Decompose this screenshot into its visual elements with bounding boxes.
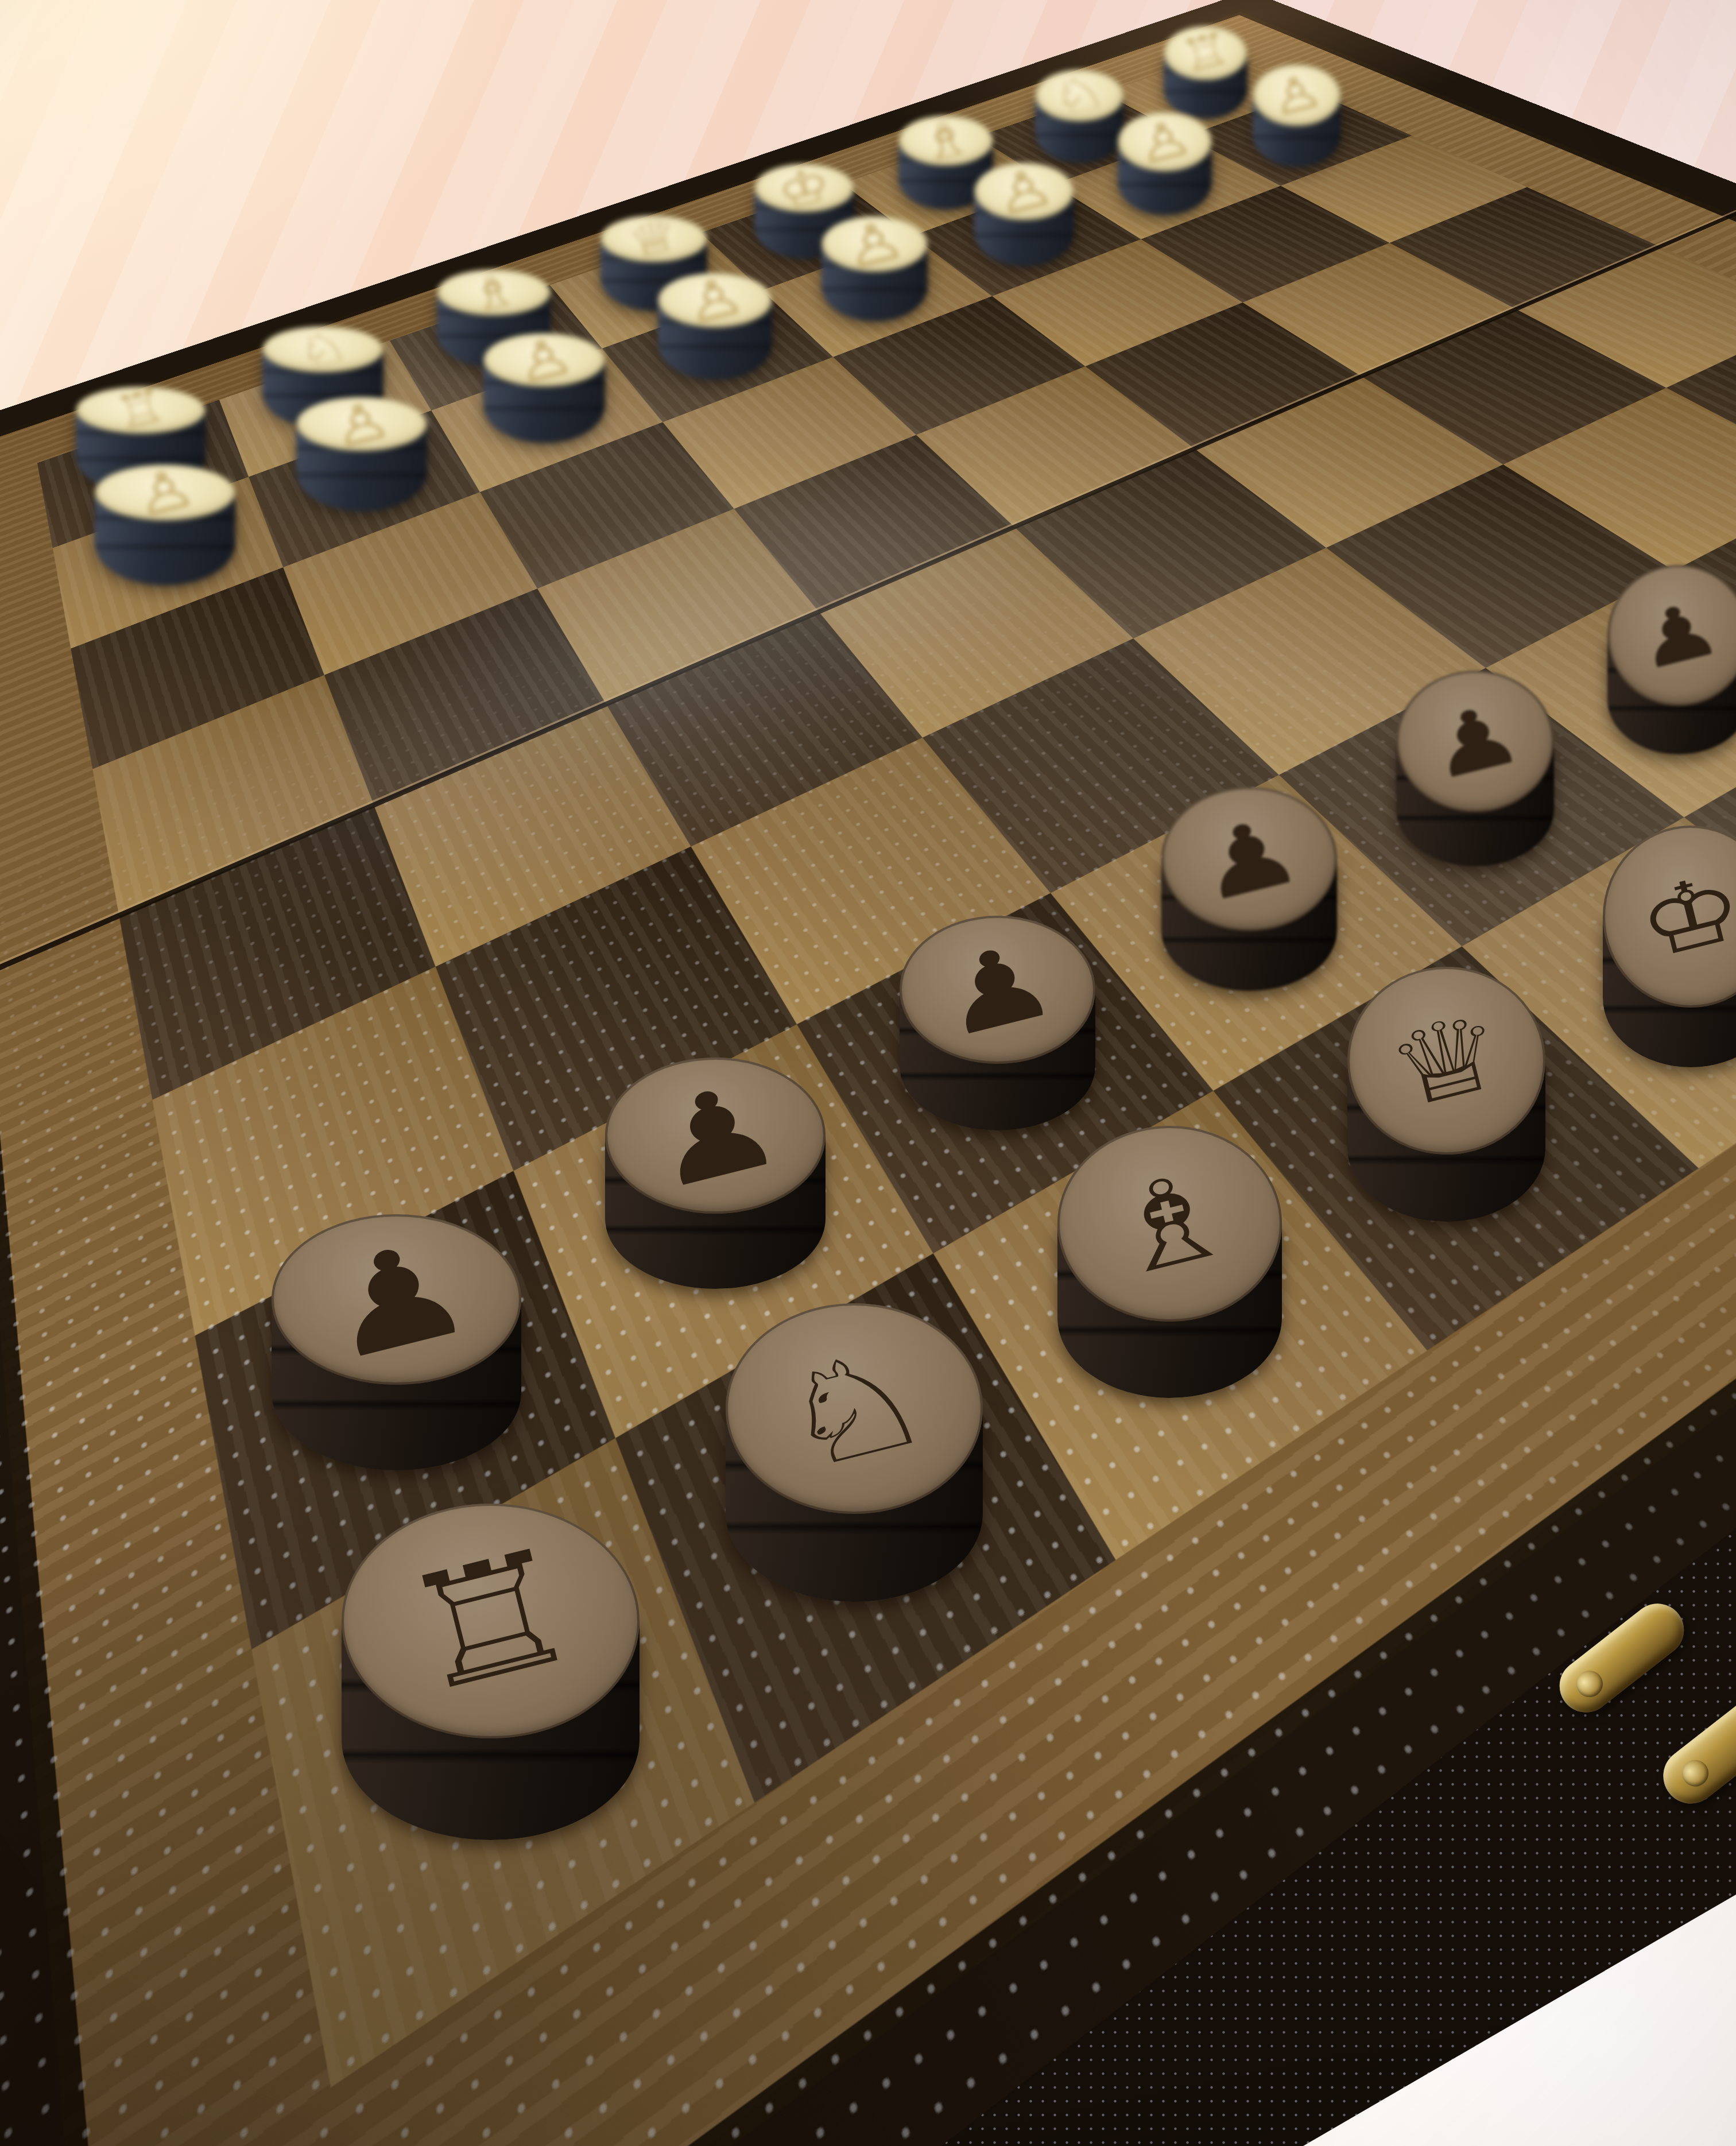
disc-top: ♖	[342, 1504, 640, 1738]
disc-top: ♟	[1161, 787, 1337, 931]
piece-white-knight-b1: ♘	[262, 326, 383, 373]
piece-black-pawn-c7: ♟	[900, 916, 1096, 1064]
disc-top: ♖	[1164, 26, 1248, 80]
disc-top: ♗	[1057, 1126, 1282, 1322]
bishop-engraving-icon: ♗	[913, 111, 978, 171]
disc-top: ♗	[898, 115, 993, 166]
pawn-engraving-icon: ♟	[1629, 588, 1729, 682]
pawn-engraving-icon: ♟	[638, 1063, 793, 1208]
piece-black-pawn-a7: ♟	[272, 1214, 522, 1385]
disc-top: ♘	[726, 1303, 983, 1514]
rook-engraving-icon: ♖	[110, 382, 171, 439]
pawn-engraving-icon: ♙	[1131, 111, 1198, 173]
rook-engraving-icon: ♖	[386, 1523, 595, 1718]
pawn-engraving-icon: ♙	[327, 392, 396, 456]
piece-white-pawn-c2: ♙	[483, 333, 605, 387]
disc-top: ♙	[1118, 112, 1212, 172]
piece-white-queen-d1: ♕	[600, 215, 707, 262]
piece-white-pawn-f2: ♙	[974, 162, 1074, 220]
scene-photo-wooden-chess-set: ♖♘♗♕♔♗♟♟♟♟♟♟♟♟♙♙♙♙♙♙♙♙♖♘♗♕♔♗♘♖	[0, 0, 1736, 2146]
disc-top: ♗	[437, 269, 550, 316]
pawn-engraving-icon: ♟	[309, 1218, 485, 1382]
rook-engraving-icon: ♖	[1176, 25, 1235, 80]
piece-white-knight-g1: ♘	[1035, 69, 1124, 122]
piece-white-bishop-c1: ♗	[437, 269, 550, 316]
piece-white-pawn-d2: ♙	[658, 273, 772, 328]
piece-black-pawn-f7: ♟	[1607, 565, 1736, 706]
pawn-engraving-icon: ♙	[510, 328, 579, 392]
king-engraving-icon: ♔	[1629, 859, 1736, 974]
pieces-layer: ♖♘♗♕♔♗♟♟♟♟♟♟♟♟♙♙♙♙♙♙♙♙♖♘♗♕♔♗♘♖	[0, 0, 1736, 2146]
disc-top: ♙	[974, 162, 1074, 220]
knight-engraving-icon: ♘	[764, 1324, 945, 1493]
piece-white-rook-a1: ♖	[76, 386, 205, 434]
disc-top: ♖	[76, 386, 205, 434]
disc-top: ♕	[600, 215, 707, 262]
disc-top: ♘	[1035, 69, 1124, 122]
disc-top: ♙	[1253, 64, 1341, 126]
piece-white-king-e1: ♔	[754, 164, 854, 212]
piece-white-pawn-h2: ♙	[1253, 64, 1341, 126]
disc-top: ♕	[1347, 967, 1545, 1154]
queen-engraving-icon: ♕	[1377, 996, 1516, 1126]
piece-black-rook-a8: ♖	[342, 1504, 640, 1738]
bishop-engraving-icon: ♗	[1091, 1150, 1249, 1297]
pawn-engraving-icon: ♟	[928, 925, 1066, 1054]
piece-black-knight-b8: ♘	[726, 1303, 983, 1514]
disc-top: ♟	[272, 1214, 522, 1385]
pawn-engraving-icon: ♙	[680, 268, 750, 333]
piece-white-pawn-g2: ♙	[1118, 112, 1212, 172]
disc-top: ♙	[821, 216, 928, 272]
piece-white-rook-h1: ♖	[1164, 26, 1248, 80]
disc-top: ♟	[900, 916, 1096, 1064]
king-engraving-icon: ♔	[773, 159, 835, 217]
disc-top: ♙	[483, 333, 605, 387]
pawn-engraving-icon: ♙	[839, 211, 910, 278]
piece-white-pawn-b2: ♙	[296, 397, 427, 451]
piece-black-pawn-b7: ♟	[605, 1057, 826, 1214]
pawn-engraving-icon: ♙	[129, 459, 201, 526]
piece-black-bishop-c8: ♗	[1057, 1126, 1282, 1322]
piece-black-king-e8: ♔	[1603, 826, 1736, 1008]
piece-black-pawn-e7: ♟	[1396, 671, 1554, 812]
knight-engraving-icon: ♘	[293, 321, 352, 377]
knight-engraving-icon: ♘	[1048, 67, 1111, 125]
disc-top: ♙	[296, 397, 427, 451]
disc-top: ♙	[658, 273, 772, 328]
pawn-engraving-icon: ♟	[1187, 801, 1310, 916]
queen-engraving-icon: ♕	[623, 211, 684, 267]
disc-top: ♔	[754, 164, 854, 212]
piece-white-pawn-e2: ♙	[821, 216, 928, 272]
piece-black-queen-d8: ♕	[1347, 967, 1545, 1154]
piece-white-pawn-a2: ♙	[95, 464, 235, 521]
piece-white-bishop-f1: ♗	[898, 115, 993, 166]
pawn-engraving-icon: ♟	[1420, 690, 1530, 793]
pawn-engraving-icon: ♙	[1266, 66, 1328, 124]
piece-black-pawn-d7: ♟	[1161, 787, 1337, 931]
bishop-engraving-icon: ♗	[464, 265, 523, 320]
disc-top: ♟	[1396, 671, 1554, 812]
pawn-engraving-icon: ♙	[989, 159, 1059, 224]
disc-top: ♟	[605, 1057, 826, 1214]
disc-top: ♘	[262, 326, 383, 373]
disc-top: ♙	[95, 464, 235, 521]
